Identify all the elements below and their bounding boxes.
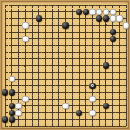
intersection[interactable] [35, 29, 42, 36]
intersection[interactable] [76, 109, 83, 116]
intersection[interactable] [15, 89, 22, 96]
intersection[interactable] [103, 2, 110, 9]
intersection[interactable] [69, 82, 76, 89]
intersection[interactable] [109, 35, 116, 42]
intersection[interactable] [56, 103, 63, 110]
intersection[interactable] [123, 96, 130, 103]
intersection[interactable] [56, 35, 63, 42]
intersection[interactable] [42, 123, 49, 130]
intersection[interactable] [9, 56, 16, 63]
intersection[interactable] [69, 49, 76, 56]
intersection[interactable] [82, 35, 89, 42]
intersection[interactable] [15, 22, 22, 29]
intersection[interactable] [22, 76, 29, 83]
intersection[interactable] [15, 42, 22, 49]
intersection[interactable] [96, 116, 103, 123]
intersection[interactable] [116, 109, 123, 116]
intersection[interactable] [69, 42, 76, 49]
intersection[interactable] [9, 89, 16, 96]
intersection[interactable] [96, 15, 103, 22]
intersection[interactable] [96, 109, 103, 116]
intersection[interactable] [29, 109, 36, 116]
intersection[interactable] [89, 103, 96, 110]
intersection[interactable] [109, 29, 116, 36]
intersection[interactable] [15, 96, 22, 103]
intersection[interactable] [109, 89, 116, 96]
intersection[interactable] [29, 123, 36, 130]
intersection[interactable] [76, 15, 83, 22]
intersection[interactable] [22, 89, 29, 96]
intersection[interactable] [42, 22, 49, 29]
intersection[interactable] [116, 56, 123, 63]
intersection[interactable] [109, 42, 116, 49]
intersection[interactable] [123, 62, 130, 69]
intersection[interactable] [42, 116, 49, 123]
intersection[interactable] [42, 35, 49, 42]
intersection[interactable] [76, 56, 83, 63]
intersection[interactable] [42, 103, 49, 110]
intersection[interactable] [123, 116, 130, 123]
intersection[interactable] [82, 116, 89, 123]
intersection[interactable] [103, 56, 110, 63]
intersection[interactable] [35, 62, 42, 69]
intersection[interactable] [2, 123, 9, 130]
intersection[interactable] [62, 103, 69, 110]
intersection[interactable] [35, 2, 42, 9]
intersection[interactable] [15, 29, 22, 36]
intersection[interactable] [62, 116, 69, 123]
intersection[interactable] [2, 22, 9, 29]
intersection[interactable] [123, 69, 130, 76]
intersection[interactable] [76, 82, 83, 89]
intersection[interactable] [22, 35, 29, 42]
intersection[interactable] [49, 42, 56, 49]
intersection[interactable] [89, 69, 96, 76]
intersection[interactable] [103, 103, 110, 110]
intersection[interactable] [89, 15, 96, 22]
intersection[interactable] [82, 42, 89, 49]
intersection[interactable] [62, 49, 69, 56]
intersection[interactable] [49, 35, 56, 42]
intersection[interactable] [15, 69, 22, 76]
intersection[interactable] [89, 2, 96, 9]
intersection[interactable] [42, 56, 49, 63]
intersection[interactable] [56, 42, 63, 49]
intersection[interactable] [109, 56, 116, 63]
intersection[interactable] [2, 69, 9, 76]
intersection[interactable] [2, 76, 9, 83]
intersection[interactable] [82, 29, 89, 36]
intersection[interactable] [42, 15, 49, 22]
intersection[interactable] [29, 42, 36, 49]
intersection[interactable] [49, 116, 56, 123]
intersection[interactable] [69, 35, 76, 42]
intersection[interactable] [42, 42, 49, 49]
intersection[interactable] [76, 96, 83, 103]
intersection[interactable] [89, 123, 96, 130]
intersection[interactable] [49, 123, 56, 130]
intersection[interactable] [69, 123, 76, 130]
intersection[interactable] [62, 109, 69, 116]
intersection[interactable] [109, 62, 116, 69]
intersection[interactable] [62, 123, 69, 130]
intersection[interactable] [49, 22, 56, 29]
intersection[interactable] [76, 22, 83, 29]
intersection[interactable] [62, 42, 69, 49]
intersection[interactable] [15, 76, 22, 83]
intersection[interactable] [69, 76, 76, 83]
intersection[interactable] [42, 49, 49, 56]
intersection[interactable] [35, 96, 42, 103]
intersection[interactable] [56, 123, 63, 130]
intersection[interactable] [69, 62, 76, 69]
intersection[interactable] [22, 69, 29, 76]
intersection[interactable] [96, 103, 103, 110]
intersection[interactable] [15, 82, 22, 89]
intersection[interactable] [76, 89, 83, 96]
intersection[interactable] [123, 123, 130, 130]
intersection[interactable] [9, 76, 16, 83]
intersection[interactable] [22, 49, 29, 56]
intersection[interactable] [116, 96, 123, 103]
intersection[interactable] [69, 29, 76, 36]
intersection[interactable] [9, 35, 16, 42]
intersection[interactable] [49, 76, 56, 83]
intersection[interactable] [123, 89, 130, 96]
intersection[interactable] [89, 62, 96, 69]
intersection[interactable] [35, 56, 42, 63]
intersection[interactable] [2, 109, 9, 116]
intersection[interactable] [89, 76, 96, 83]
intersection[interactable] [35, 15, 42, 22]
intersection[interactable] [56, 62, 63, 69]
intersection[interactable] [62, 82, 69, 89]
intersection[interactable] [35, 116, 42, 123]
intersection[interactable] [69, 96, 76, 103]
intersection[interactable] [69, 116, 76, 123]
intersection[interactable] [76, 2, 83, 9]
intersection[interactable] [89, 56, 96, 63]
intersection[interactable] [76, 103, 83, 110]
intersection[interactable] [2, 96, 9, 103]
intersection[interactable] [35, 49, 42, 56]
intersection[interactable] [69, 2, 76, 9]
intersection[interactable] [49, 9, 56, 16]
intersection[interactable] [62, 89, 69, 96]
intersection[interactable] [2, 9, 9, 16]
intersection[interactable] [42, 62, 49, 69]
intersection[interactable] [116, 76, 123, 83]
intersection[interactable] [62, 69, 69, 76]
intersection[interactable] [116, 82, 123, 89]
intersection[interactable] [116, 116, 123, 123]
intersection[interactable] [96, 42, 103, 49]
intersection[interactable] [82, 9, 89, 16]
intersection[interactable] [42, 69, 49, 76]
intersection[interactable] [22, 22, 29, 29]
intersection[interactable] [56, 15, 63, 22]
intersection[interactable] [9, 49, 16, 56]
intersection[interactable] [42, 29, 49, 36]
intersection[interactable] [103, 76, 110, 83]
intersection[interactable] [2, 29, 9, 36]
intersection[interactable] [35, 109, 42, 116]
intersection[interactable] [123, 109, 130, 116]
intersection[interactable] [109, 22, 116, 29]
intersection[interactable] [49, 109, 56, 116]
intersection[interactable] [29, 29, 36, 36]
intersection[interactable] [29, 15, 36, 22]
intersection[interactable] [82, 82, 89, 89]
intersection[interactable] [35, 35, 42, 42]
intersection[interactable] [69, 15, 76, 22]
intersection[interactable] [116, 29, 123, 36]
intersection[interactable] [82, 15, 89, 22]
intersection[interactable] [109, 76, 116, 83]
intersection[interactable] [116, 22, 123, 29]
intersection[interactable] [42, 89, 49, 96]
intersection[interactable] [96, 35, 103, 42]
intersection[interactable] [109, 82, 116, 89]
intersection[interactable] [123, 76, 130, 83]
intersection[interactable] [9, 116, 16, 123]
intersection[interactable] [2, 2, 9, 9]
intersection[interactable] [123, 9, 130, 16]
intersection[interactable] [22, 82, 29, 89]
intersection[interactable] [69, 109, 76, 116]
intersection[interactable] [116, 69, 123, 76]
intersection[interactable] [49, 29, 56, 36]
intersection[interactable] [82, 123, 89, 130]
intersection[interactable] [76, 69, 83, 76]
intersection[interactable] [22, 2, 29, 9]
intersection[interactable] [123, 49, 130, 56]
intersection[interactable] [96, 82, 103, 89]
intersection[interactable] [42, 2, 49, 9]
intersection[interactable] [15, 116, 22, 123]
intersection[interactable] [116, 9, 123, 16]
intersection[interactable] [69, 89, 76, 96]
intersection[interactable] [35, 69, 42, 76]
intersection[interactable] [9, 2, 16, 9]
intersection[interactable] [76, 49, 83, 56]
intersection[interactable] [22, 96, 29, 103]
intersection[interactable] [2, 15, 9, 22]
intersection[interactable] [2, 42, 9, 49]
intersection[interactable] [15, 2, 22, 9]
intersection[interactable] [56, 116, 63, 123]
intersection[interactable] [15, 9, 22, 16]
intersection[interactable] [56, 109, 63, 116]
intersection[interactable] [22, 123, 29, 130]
intersection[interactable] [116, 35, 123, 42]
intersection[interactable] [9, 82, 16, 89]
intersection[interactable] [82, 103, 89, 110]
intersection[interactable] [49, 49, 56, 56]
intersection[interactable] [89, 96, 96, 103]
intersection[interactable] [89, 89, 96, 96]
intersection[interactable] [103, 89, 110, 96]
intersection[interactable] [9, 42, 16, 49]
intersection[interactable] [103, 109, 110, 116]
intersection[interactable] [15, 62, 22, 69]
intersection[interactable] [22, 56, 29, 63]
intersection[interactable] [82, 49, 89, 56]
intersection[interactable] [89, 82, 96, 89]
intersection[interactable] [82, 69, 89, 76]
intersection[interactable] [62, 62, 69, 69]
intersection[interactable] [109, 69, 116, 76]
intersection[interactable] [42, 96, 49, 103]
intersection[interactable] [76, 29, 83, 36]
intersection[interactable] [96, 76, 103, 83]
intersection[interactable] [96, 96, 103, 103]
intersection[interactable] [109, 15, 116, 22]
intersection[interactable] [69, 22, 76, 29]
intersection[interactable] [9, 69, 16, 76]
intersection[interactable] [56, 29, 63, 36]
intersection[interactable] [29, 116, 36, 123]
intersection[interactable] [116, 103, 123, 110]
intersection[interactable] [103, 9, 110, 16]
intersection[interactable] [35, 22, 42, 29]
intersection[interactable] [96, 56, 103, 63]
intersection[interactable] [29, 35, 36, 42]
intersection[interactable] [49, 62, 56, 69]
intersection[interactable] [123, 15, 130, 22]
intersection[interactable] [9, 62, 16, 69]
intersection[interactable] [49, 89, 56, 96]
intersection[interactable] [15, 103, 22, 110]
intersection[interactable] [29, 2, 36, 9]
intersection[interactable] [96, 62, 103, 69]
intersection[interactable] [29, 103, 36, 110]
intersection[interactable] [2, 82, 9, 89]
intersection[interactable] [82, 89, 89, 96]
intersection[interactable] [56, 56, 63, 63]
intersection[interactable] [76, 42, 83, 49]
intersection[interactable] [22, 109, 29, 116]
intersection[interactable] [116, 62, 123, 69]
intersection[interactable] [116, 15, 123, 22]
intersection[interactable] [2, 89, 9, 96]
intersection[interactable] [89, 42, 96, 49]
intersection[interactable] [22, 15, 29, 22]
intersection[interactable] [89, 9, 96, 16]
intersection[interactable] [123, 103, 130, 110]
intersection[interactable] [103, 123, 110, 130]
intersection[interactable] [29, 9, 36, 16]
intersection[interactable] [89, 22, 96, 29]
intersection[interactable] [56, 9, 63, 16]
intersection[interactable] [76, 9, 83, 16]
intersection[interactable] [42, 9, 49, 16]
intersection[interactable] [82, 76, 89, 83]
intersection[interactable] [42, 82, 49, 89]
intersection[interactable] [96, 89, 103, 96]
intersection[interactable] [109, 49, 116, 56]
intersection[interactable] [15, 109, 22, 116]
intersection[interactable] [56, 2, 63, 9]
intersection[interactable] [89, 109, 96, 116]
intersection[interactable] [89, 29, 96, 36]
intersection[interactable] [103, 29, 110, 36]
intersection[interactable] [2, 103, 9, 110]
intersection[interactable] [9, 109, 16, 116]
intersection[interactable] [109, 123, 116, 130]
intersection[interactable] [109, 96, 116, 103]
intersection[interactable] [35, 76, 42, 83]
intersection[interactable] [62, 56, 69, 63]
intersection[interactable] [103, 15, 110, 22]
intersection[interactable] [29, 82, 36, 89]
intersection[interactable] [82, 22, 89, 29]
intersection[interactable] [62, 15, 69, 22]
intersection[interactable] [123, 82, 130, 89]
intersection[interactable] [103, 42, 110, 49]
intersection[interactable] [69, 9, 76, 16]
intersection[interactable] [103, 96, 110, 103]
intersection[interactable] [9, 123, 16, 130]
intersection[interactable] [116, 42, 123, 49]
intersection[interactable] [49, 69, 56, 76]
intersection[interactable] [56, 22, 63, 29]
intersection[interactable] [123, 42, 130, 49]
intersection[interactable] [9, 29, 16, 36]
intersection[interactable] [9, 15, 16, 22]
intersection[interactable] [96, 9, 103, 16]
intersection[interactable] [123, 2, 130, 9]
intersection[interactable] [29, 22, 36, 29]
intersection[interactable] [15, 49, 22, 56]
intersection[interactable] [96, 2, 103, 9]
intersection[interactable] [15, 35, 22, 42]
intersection[interactable] [103, 62, 110, 69]
intersection[interactable] [82, 109, 89, 116]
intersection[interactable] [96, 123, 103, 130]
intersection[interactable] [109, 9, 116, 16]
intersection[interactable] [29, 96, 36, 103]
intersection[interactable] [96, 49, 103, 56]
intersection[interactable] [103, 49, 110, 56]
intersection[interactable] [22, 116, 29, 123]
intersection[interactable] [109, 109, 116, 116]
intersection[interactable] [49, 96, 56, 103]
intersection[interactable] [89, 35, 96, 42]
intersection[interactable] [96, 69, 103, 76]
intersection[interactable] [9, 22, 16, 29]
intersection[interactable] [123, 56, 130, 63]
intersection[interactable] [22, 29, 29, 36]
intersection[interactable] [35, 89, 42, 96]
intersection[interactable] [76, 76, 83, 83]
intersection[interactable] [62, 76, 69, 83]
intersection[interactable] [56, 89, 63, 96]
intersection[interactable] [109, 2, 116, 9]
intersection[interactable] [103, 35, 110, 42]
intersection[interactable] [22, 103, 29, 110]
intersection[interactable] [76, 116, 83, 123]
intersection[interactable] [49, 56, 56, 63]
intersection[interactable] [42, 109, 49, 116]
intersection[interactable] [109, 116, 116, 123]
intersection[interactable] [2, 49, 9, 56]
intersection[interactable] [15, 123, 22, 130]
intersection[interactable] [35, 103, 42, 110]
intersection[interactable] [49, 82, 56, 89]
intersection[interactable] [22, 9, 29, 16]
intersection[interactable] [2, 56, 9, 63]
